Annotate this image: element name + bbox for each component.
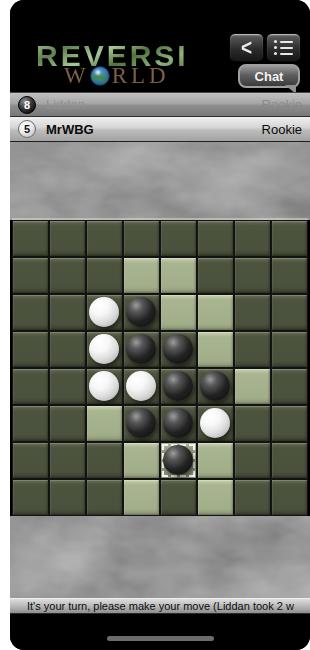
player-row-mrwbg[interactable]: 5 MrWBG Rookie <box>10 117 310 142</box>
cell-c2[interactable] <box>86 257 123 294</box>
cell-c7[interactable] <box>86 442 123 479</box>
list-icon <box>274 40 293 55</box>
player-name: Liddan <box>46 97 85 112</box>
cell-d5[interactable] <box>123 368 160 405</box>
footer <box>10 614 310 650</box>
cell-b8[interactable] <box>49 479 86 516</box>
cell-e4[interactable] <box>160 331 197 368</box>
cell-d6[interactable] <box>123 405 160 442</box>
black-disc <box>126 334 156 364</box>
cell-e1[interactable] <box>160 220 197 257</box>
nav-buttons: < <box>229 33 301 62</box>
player-name: MrWBG <box>46 122 94 137</box>
cell-f6[interactable] <box>197 405 234 442</box>
cell-c8[interactable] <box>86 479 123 516</box>
cell-b3[interactable] <box>49 294 86 331</box>
black-score-badge: 8 <box>18 96 36 114</box>
cell-a4[interactable] <box>12 331 49 368</box>
cell-g3[interactable] <box>234 294 271 331</box>
cell-h7[interactable] <box>271 442 308 479</box>
cell-g6[interactable] <box>234 405 271 442</box>
cell-h8[interactable] <box>271 479 308 516</box>
back-button[interactable]: < <box>229 33 264 62</box>
cell-d7-legal-move[interactable] <box>123 442 160 479</box>
cell-f5[interactable] <box>197 368 234 405</box>
cell-e3-legal-move[interactable] <box>160 294 197 331</box>
cell-a6[interactable] <box>12 405 49 442</box>
cell-d1[interactable] <box>123 220 160 257</box>
cell-f3-legal-move[interactable] <box>197 294 234 331</box>
back-chevron-icon: < <box>241 37 252 59</box>
black-disc <box>126 408 156 438</box>
cell-b4[interactable] <box>49 331 86 368</box>
cell-b5[interactable] <box>49 368 86 405</box>
cell-g7[interactable] <box>234 442 271 479</box>
black-disc <box>126 297 156 327</box>
cell-d2-legal-move[interactable] <box>123 257 160 294</box>
black-disc <box>200 371 230 401</box>
smoke-texture-bottom <box>10 516 310 598</box>
reversi-board <box>12 220 308 516</box>
cell-a7[interactable] <box>12 442 49 479</box>
header: REVERSI W RLD < Chat <box>10 0 310 92</box>
cell-e7[interactable] <box>160 442 197 479</box>
cell-e6[interactable] <box>160 405 197 442</box>
cell-b1[interactable] <box>49 220 86 257</box>
cell-c4[interactable] <box>86 331 123 368</box>
cell-a3[interactable] <box>12 294 49 331</box>
cell-a1[interactable] <box>12 220 49 257</box>
cell-h3[interactable] <box>271 294 308 331</box>
logo-text-world: W RLD <box>64 63 206 89</box>
white-disc <box>89 371 119 401</box>
cell-c3[interactable] <box>86 294 123 331</box>
cell-d8-legal-move[interactable] <box>123 479 160 516</box>
cell-d3[interactable] <box>123 294 160 331</box>
cell-b2[interactable] <box>49 257 86 294</box>
cell-b7[interactable] <box>49 442 86 479</box>
cell-g4[interactable] <box>234 331 271 368</box>
cell-e5[interactable] <box>160 368 197 405</box>
globe-icon <box>90 66 110 86</box>
cell-a8[interactable] <box>12 479 49 516</box>
cell-g5-legal-move[interactable] <box>234 368 271 405</box>
cell-h2[interactable] <box>271 257 308 294</box>
cell-b6[interactable] <box>49 405 86 442</box>
cell-h1[interactable] <box>271 220 308 257</box>
cell-h5[interactable] <box>271 368 308 405</box>
chat-button[interactable]: Chat <box>238 64 300 88</box>
player-row-liddan[interactable]: 8 Liddan Rookie <box>10 92 310 117</box>
player-rank: Rookie <box>262 97 302 112</box>
smoke-texture-top <box>10 142 310 220</box>
home-indicator[interactable] <box>107 636 214 641</box>
cell-c5[interactable] <box>86 368 123 405</box>
cell-g1[interactable] <box>234 220 271 257</box>
cell-g8[interactable] <box>234 479 271 516</box>
cell-g2[interactable] <box>234 257 271 294</box>
cell-f4-legal-move[interactable] <box>197 331 234 368</box>
chat-button-label: Chat <box>255 69 284 84</box>
black-disc <box>163 408 193 438</box>
app-screen: REVERSI W RLD < Chat 8 <box>10 0 310 650</box>
black-disc <box>163 334 193 364</box>
white-score-badge: 5 <box>18 120 36 138</box>
cell-a5[interactable] <box>12 368 49 405</box>
white-disc <box>89 334 119 364</box>
white-disc <box>126 371 156 401</box>
black-disc <box>163 445 193 475</box>
cell-f2[interactable] <box>197 257 234 294</box>
cell-e2-legal-move[interactable] <box>160 257 197 294</box>
cell-a2[interactable] <box>12 257 49 294</box>
cell-f7-legal-move[interactable] <box>197 442 234 479</box>
cell-d4[interactable] <box>123 331 160 368</box>
white-disc <box>89 297 119 327</box>
black-disc <box>163 371 193 401</box>
app-logo: REVERSI W RLD <box>36 42 206 89</box>
cell-f1[interactable] <box>197 220 234 257</box>
logo-text-w: W <box>64 63 90 89</box>
cell-e8[interactable] <box>160 479 197 516</box>
white-disc <box>200 408 230 438</box>
player-rank: Rookie <box>262 122 302 137</box>
game-list-button[interactable] <box>266 33 301 62</box>
cell-c6-legal-move[interactable] <box>86 405 123 442</box>
cell-h4[interactable] <box>271 331 308 368</box>
logo-text-rld: RLD <box>112 63 170 89</box>
cell-f8-legal-move[interactable] <box>197 479 234 516</box>
status-bar: It's your turn, please make your move (L… <box>10 598 310 614</box>
cell-h6[interactable] <box>271 405 308 442</box>
cell-c1[interactable] <box>86 220 123 257</box>
